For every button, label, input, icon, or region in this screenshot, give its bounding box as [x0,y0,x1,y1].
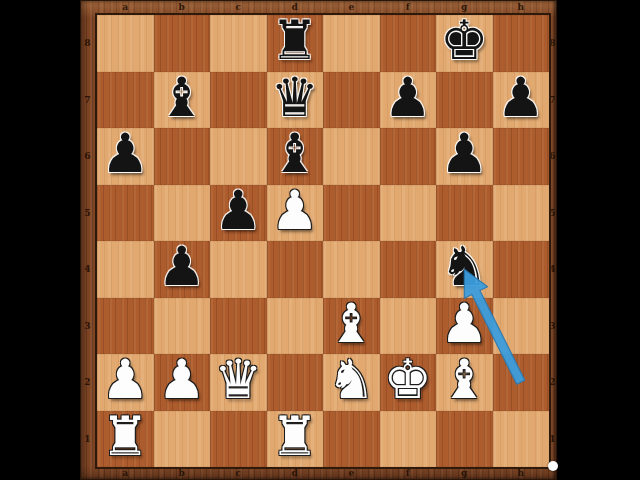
black-pawn[interactable]: ♟ [158,240,206,294]
rank-label-right-1: 1 [548,411,557,468]
file-label-bottom-b: b [154,467,211,480]
square-f2[interactable]: ♚ [380,354,437,411]
black-pawn[interactable]: ♟ [101,127,149,181]
file-label-top-b: b [154,0,211,14]
white-bishop[interactable]: ♝ [440,353,488,407]
black-pawn[interactable]: ♟ [497,71,545,125]
square-e2[interactable]: ♞ [323,354,380,411]
square-f5[interactable] [380,185,437,242]
rank-label-left-5: 5 [80,185,95,242]
square-a7[interactable] [97,72,154,129]
black-pawn[interactable]: ♟ [384,71,432,125]
black-knight[interactable]: ♞ [440,240,488,294]
square-h1[interactable] [493,411,550,468]
square-g3[interactable]: ♟ [436,298,493,355]
square-c8[interactable] [210,15,267,72]
file-label-bottom-h: h [493,467,550,480]
side-to-move-indicator [548,461,558,471]
square-d8[interactable]: ♜ [267,15,324,72]
black-rook[interactable]: ♜ [271,14,319,68]
square-g8[interactable]: ♚ [436,15,493,72]
square-b7[interactable]: ♝ [154,72,211,129]
chess-board: ♜♚♝♛♟♟♟♝♟♟♟♟♞♝♟♟♟♛♞♚♝♜♜ [97,15,549,467]
square-e3[interactable]: ♝ [323,298,380,355]
white-pawn[interactable]: ♟ [440,297,488,351]
file-label-bottom-f: f [380,467,437,480]
square-c3[interactable] [210,298,267,355]
square-d7[interactable]: ♛ [267,72,324,129]
square-h8[interactable] [493,15,550,72]
square-f8[interactable] [380,15,437,72]
square-g4[interactable]: ♞ [436,241,493,298]
black-pawn[interactable]: ♟ [214,184,262,238]
square-a1[interactable]: ♜ [97,411,154,468]
square-b4[interactable]: ♟ [154,241,211,298]
white-king[interactable]: ♚ [384,353,432,407]
square-b5[interactable] [154,185,211,242]
square-g6[interactable]: ♟ [436,128,493,185]
square-h6[interactable] [493,128,550,185]
square-c6[interactable] [210,128,267,185]
black-bishop[interactable]: ♝ [271,127,319,181]
square-b1[interactable] [154,411,211,468]
square-e4[interactable] [323,241,380,298]
square-f3[interactable] [380,298,437,355]
square-h7[interactable]: ♟ [493,72,550,129]
square-c7[interactable] [210,72,267,129]
file-labels-bottom: abcdefgh [97,467,549,480]
rank-label-right-7: 7 [548,72,557,129]
square-c1[interactable] [210,411,267,468]
white-pawn[interactable]: ♟ [271,184,319,238]
chess-board-frame: abcdefgh abcdefgh 87654321 87654321 ♜♚♝♛… [80,0,557,480]
square-e8[interactable] [323,15,380,72]
file-label-top-c: c [210,0,267,14]
square-c2[interactable]: ♛ [210,354,267,411]
rank-label-right-4: 4 [548,241,557,298]
white-rook[interactable]: ♜ [271,410,319,464]
square-f4[interactable] [380,241,437,298]
square-g7[interactable] [436,72,493,129]
square-a4[interactable] [97,241,154,298]
square-a8[interactable] [97,15,154,72]
square-d5[interactable]: ♟ [267,185,324,242]
square-e5[interactable] [323,185,380,242]
rank-label-left-8: 8 [80,15,95,72]
square-a5[interactable] [97,185,154,242]
file-label-bottom-g: g [436,467,493,480]
square-d6[interactable]: ♝ [267,128,324,185]
square-e7[interactable] [323,72,380,129]
white-bishop[interactable]: ♝ [327,297,375,351]
rank-label-right-3: 3 [548,298,557,355]
rank-label-left-4: 4 [80,241,95,298]
white-pawn[interactable]: ♟ [158,353,206,407]
file-label-bottom-d: d [267,467,324,480]
white-pawn[interactable]: ♟ [101,353,149,407]
square-b3[interactable] [154,298,211,355]
file-label-bottom-a: a [97,467,154,480]
square-g1[interactable] [436,411,493,468]
file-label-bottom-e: e [323,467,380,480]
square-e6[interactable] [323,128,380,185]
square-h5[interactable] [493,185,550,242]
black-queen[interactable]: ♛ [271,71,319,125]
square-e1[interactable] [323,411,380,468]
rank-labels-right: 87654321 [548,15,557,467]
white-queen[interactable]: ♛ [214,353,262,407]
square-f6[interactable] [380,128,437,185]
square-h2[interactable] [493,354,550,411]
square-c5[interactable]: ♟ [210,185,267,242]
file-label-bottom-c: c [210,467,267,480]
rank-label-left-3: 3 [80,298,95,355]
white-knight[interactable]: ♞ [327,353,375,407]
square-h3[interactable] [493,298,550,355]
file-label-top-h: h [493,0,550,14]
square-a6[interactable]: ♟ [97,128,154,185]
rank-labels-left: 87654321 [80,15,95,467]
square-b2[interactable]: ♟ [154,354,211,411]
file-label-top-e: e [323,0,380,14]
square-g5[interactable] [436,185,493,242]
file-label-top-a: a [97,0,154,14]
black-king[interactable]: ♚ [440,14,488,68]
white-rook[interactable]: ♜ [101,410,149,464]
square-d3[interactable] [267,298,324,355]
rank-label-left-2: 2 [80,354,95,411]
black-pawn[interactable]: ♟ [440,127,488,181]
square-h4[interactable] [493,241,550,298]
rank-label-right-6: 6 [548,128,557,185]
rank-label-left-7: 7 [80,72,95,129]
square-f7[interactable]: ♟ [380,72,437,129]
square-g2[interactable]: ♝ [436,354,493,411]
square-d2[interactable] [267,354,324,411]
rank-label-right-5: 5 [548,185,557,242]
square-b6[interactable] [154,128,211,185]
square-a3[interactable] [97,298,154,355]
black-bishop[interactable]: ♝ [158,71,206,125]
square-d1[interactable]: ♜ [267,411,324,468]
rank-label-left-6: 6 [80,128,95,185]
square-c4[interactable] [210,241,267,298]
square-f1[interactable] [380,411,437,468]
rank-label-right-8: 8 [548,15,557,72]
rank-label-right-2: 2 [548,354,557,411]
square-a2[interactable]: ♟ [97,354,154,411]
square-b8[interactable] [154,15,211,72]
file-label-top-f: f [380,0,437,14]
square-d4[interactable] [267,241,324,298]
rank-label-left-1: 1 [80,411,95,468]
